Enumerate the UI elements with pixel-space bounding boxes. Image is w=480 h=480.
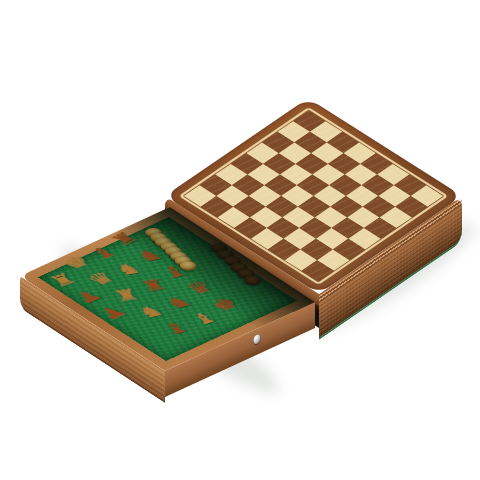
drawer-stop-pin xyxy=(254,333,261,345)
product-photo-stage: ♜♞♝♛♚♝♞♜♞♝♚♛♜♞♝♜♟♟ xyxy=(0,0,480,480)
